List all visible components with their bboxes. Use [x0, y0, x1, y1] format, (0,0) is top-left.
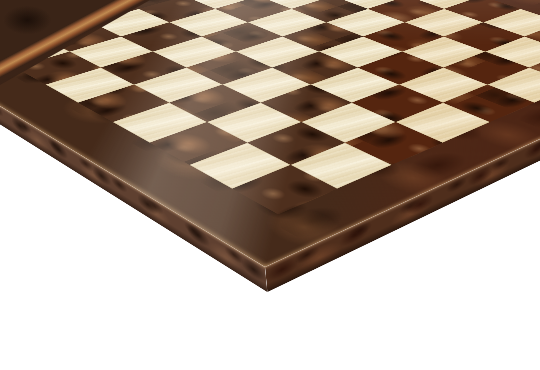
product-photo-stage [0, 0, 540, 370]
perspective-scene [0, 0, 540, 370]
board-top-surface [0, 0, 540, 267]
